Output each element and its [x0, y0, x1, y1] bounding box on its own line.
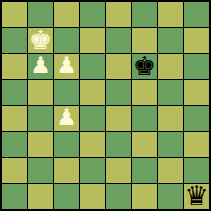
- square-d3[interactable]: [80, 132, 105, 157]
- square-h4[interactable]: [184, 106, 209, 131]
- white-pawn-piece[interactable]: ♟: [56, 106, 77, 129]
- square-a8[interactable]: [2, 2, 27, 27]
- square-a1[interactable]: [2, 184, 27, 209]
- square-e7[interactable]: [106, 28, 131, 53]
- square-f5[interactable]: [132, 80, 157, 105]
- square-d8[interactable]: [80, 2, 105, 27]
- square-a7[interactable]: [2, 28, 27, 53]
- square-c2[interactable]: [54, 158, 79, 183]
- square-g7[interactable]: [158, 28, 183, 53]
- square-h6[interactable]: [184, 54, 209, 79]
- square-e4[interactable]: [106, 106, 131, 131]
- square-h2[interactable]: [184, 158, 209, 183]
- black-king-piece[interactable]: ♚: [133, 54, 156, 79]
- square-b6[interactable]: ♟: [28, 54, 53, 79]
- square-e1[interactable]: [106, 184, 131, 209]
- square-a6[interactable]: [2, 54, 27, 79]
- square-c8[interactable]: [54, 2, 79, 27]
- square-g4[interactable]: [158, 106, 183, 131]
- square-g6[interactable]: [158, 54, 183, 79]
- black-queen-piece[interactable]: ♛: [184, 184, 208, 209]
- square-d6[interactable]: [80, 54, 105, 79]
- square-d1[interactable]: [80, 184, 105, 209]
- square-g8[interactable]: [158, 2, 183, 27]
- square-a3[interactable]: [2, 132, 27, 157]
- square-c1[interactable]: [54, 184, 79, 209]
- square-e8[interactable]: [106, 2, 131, 27]
- board-frame: ♚♟♟♚♟♛: [0, 0, 211, 211]
- white-king-piece[interactable]: ♚: [29, 28, 52, 53]
- square-c7[interactable]: [54, 28, 79, 53]
- square-f7[interactable]: [132, 28, 157, 53]
- square-g2[interactable]: [158, 158, 183, 183]
- square-h1[interactable]: ♛: [184, 184, 209, 209]
- square-b2[interactable]: [28, 158, 53, 183]
- square-g1[interactable]: [158, 184, 183, 209]
- square-e5[interactable]: [106, 80, 131, 105]
- square-a2[interactable]: [2, 158, 27, 183]
- square-f2[interactable]: [132, 158, 157, 183]
- square-e2[interactable]: [106, 158, 131, 183]
- square-c5[interactable]: [54, 80, 79, 105]
- square-d4[interactable]: [80, 106, 105, 131]
- square-f6[interactable]: ♚: [132, 54, 157, 79]
- square-g3[interactable]: [158, 132, 183, 157]
- chess-board: ♚♟♟♚♟♛: [2, 2, 209, 209]
- square-c3[interactable]: [54, 132, 79, 157]
- square-d7[interactable]: [80, 28, 105, 53]
- square-b5[interactable]: [28, 80, 53, 105]
- square-f1[interactable]: [132, 184, 157, 209]
- square-a4[interactable]: [2, 106, 27, 131]
- white-pawn-piece[interactable]: ♟: [56, 54, 77, 77]
- square-b3[interactable]: [28, 132, 53, 157]
- square-d2[interactable]: [80, 158, 105, 183]
- square-h3[interactable]: [184, 132, 209, 157]
- square-f8[interactable]: [132, 2, 157, 27]
- square-e6[interactable]: [106, 54, 131, 79]
- square-b4[interactable]: [28, 106, 53, 131]
- square-h8[interactable]: [184, 2, 209, 27]
- square-f3[interactable]: [132, 132, 157, 157]
- square-a5[interactable]: [2, 80, 27, 105]
- square-d5[interactable]: [80, 80, 105, 105]
- square-h5[interactable]: [184, 80, 209, 105]
- square-h7[interactable]: [184, 28, 209, 53]
- white-pawn-piece[interactable]: ♟: [30, 54, 51, 77]
- square-e3[interactable]: [106, 132, 131, 157]
- square-c6[interactable]: ♟: [54, 54, 79, 79]
- square-g5[interactable]: [158, 80, 183, 105]
- square-f4[interactable]: [132, 106, 157, 131]
- square-b7[interactable]: ♚: [28, 28, 53, 53]
- square-b1[interactable]: [28, 184, 53, 209]
- square-c4[interactable]: ♟: [54, 106, 79, 131]
- square-b8[interactable]: [28, 2, 53, 27]
